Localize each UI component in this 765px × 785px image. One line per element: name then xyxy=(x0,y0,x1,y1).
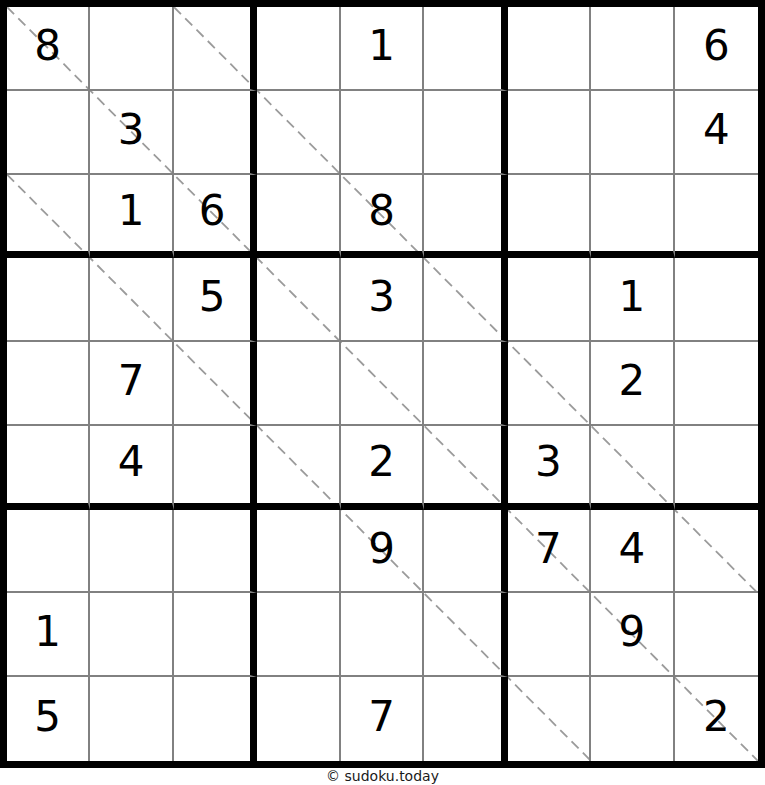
cell-r4c8[interactable]: 1 xyxy=(591,258,674,342)
cell-r3c1[interactable] xyxy=(7,175,90,259)
cell-r9c7[interactable] xyxy=(508,677,591,761)
cell-r1c2[interactable] xyxy=(90,7,173,91)
cell-r9c5[interactable]: 7 xyxy=(341,677,424,761)
given-digit: 5 xyxy=(34,696,61,738)
cell-r8c5[interactable] xyxy=(341,593,424,677)
cell-r3c3[interactable]: 6 xyxy=(174,175,257,259)
cell-r7c4[interactable] xyxy=(257,510,340,594)
given-digit: 8 xyxy=(368,190,395,232)
cell-r3c2[interactable]: 1 xyxy=(90,175,173,259)
cell-r4c3[interactable]: 5 xyxy=(174,258,257,342)
cell-r9c9[interactable]: 2 xyxy=(675,677,758,761)
cell-r8c3[interactable] xyxy=(174,593,257,677)
cell-r4c9[interactable] xyxy=(675,258,758,342)
cell-r7c1[interactable] xyxy=(7,510,90,594)
cell-r7c9[interactable] xyxy=(675,510,758,594)
cell-r9c3[interactable] xyxy=(174,677,257,761)
cell-r6c6[interactable] xyxy=(424,426,507,510)
given-digit: 2 xyxy=(368,441,395,483)
sudoku-board: 816341685317242397419572 xyxy=(0,0,765,768)
given-digit: 7 xyxy=(368,696,395,738)
cell-r8c2[interactable] xyxy=(90,593,173,677)
cell-r2c4[interactable] xyxy=(257,91,340,175)
given-digit: 6 xyxy=(199,190,226,232)
cell-r1c9[interactable]: 6 xyxy=(675,7,758,91)
cell-r1c8[interactable] xyxy=(591,7,674,91)
cell-r5c8[interactable]: 2 xyxy=(591,342,674,426)
cell-r6c9[interactable] xyxy=(675,426,758,510)
given-digit: 5 xyxy=(199,276,226,318)
cell-r5c3[interactable] xyxy=(174,342,257,426)
cell-r5c7[interactable] xyxy=(508,342,591,426)
site-credit: © sudoku.today xyxy=(0,767,765,785)
cell-r7c8[interactable]: 4 xyxy=(591,510,674,594)
given-digit: 4 xyxy=(703,109,730,151)
cell-r4c1[interactable] xyxy=(7,258,90,342)
cell-r3c7[interactable] xyxy=(508,175,591,259)
cell-r2c3[interactable] xyxy=(174,91,257,175)
cell-r6c1[interactable] xyxy=(7,426,90,510)
cell-r1c4[interactable] xyxy=(257,7,340,91)
cell-r5c4[interactable] xyxy=(257,342,340,426)
cell-r9c6[interactable] xyxy=(424,677,507,761)
cell-r9c4[interactable] xyxy=(257,677,340,761)
cell-r4c5[interactable]: 3 xyxy=(341,258,424,342)
cell-r8c1[interactable]: 1 xyxy=(7,593,90,677)
given-digit: 2 xyxy=(703,696,730,738)
given-digit: 1 xyxy=(118,190,145,232)
cell-r6c3[interactable] xyxy=(174,426,257,510)
given-digit: 3 xyxy=(118,109,145,151)
cell-r6c2[interactable]: 4 xyxy=(90,426,173,510)
cell-r9c2[interactable] xyxy=(90,677,173,761)
cell-r4c4[interactable] xyxy=(257,258,340,342)
given-digit: 6 xyxy=(703,25,730,67)
cell-r6c4[interactable] xyxy=(257,426,340,510)
cell-r8c8[interactable]: 9 xyxy=(591,593,674,677)
given-digit: 3 xyxy=(535,441,562,483)
cell-r6c5[interactable]: 2 xyxy=(341,426,424,510)
given-digit: 1 xyxy=(618,276,645,318)
cell-r8c4[interactable] xyxy=(257,593,340,677)
cell-r8c9[interactable] xyxy=(675,593,758,677)
cell-r9c8[interactable] xyxy=(591,677,674,761)
cell-r4c6[interactable] xyxy=(424,258,507,342)
cell-r1c1[interactable]: 8 xyxy=(7,7,90,91)
cell-r5c9[interactable] xyxy=(675,342,758,426)
given-digit: 9 xyxy=(368,528,395,570)
cell-r1c6[interactable] xyxy=(424,7,507,91)
cell-r7c5[interactable]: 9 xyxy=(341,510,424,594)
cell-r7c3[interactable] xyxy=(174,510,257,594)
cell-r2c7[interactable] xyxy=(508,91,591,175)
cell-r1c3[interactable] xyxy=(174,7,257,91)
given-digit: 4 xyxy=(618,528,645,570)
cell-r5c6[interactable] xyxy=(424,342,507,426)
cell-r8c7[interactable] xyxy=(508,593,591,677)
cell-r7c7[interactable]: 7 xyxy=(508,510,591,594)
cell-r7c2[interactable] xyxy=(90,510,173,594)
cell-r3c4[interactable] xyxy=(257,175,340,259)
cell-r1c5[interactable]: 1 xyxy=(341,7,424,91)
given-digit: 3 xyxy=(368,276,395,318)
cell-r2c2[interactable]: 3 xyxy=(90,91,173,175)
given-digit: 8 xyxy=(34,25,61,67)
cell-r2c8[interactable] xyxy=(591,91,674,175)
cell-r5c2[interactable]: 7 xyxy=(90,342,173,426)
cell-r2c5[interactable] xyxy=(341,91,424,175)
given-digit: 7 xyxy=(535,528,562,570)
given-digit: 4 xyxy=(118,441,145,483)
cell-r6c8[interactable] xyxy=(591,426,674,510)
cell-r3c6[interactable] xyxy=(424,175,507,259)
cell-r3c8[interactable] xyxy=(591,175,674,259)
cell-r2c1[interactable] xyxy=(7,91,90,175)
cell-r2c9[interactable]: 4 xyxy=(675,91,758,175)
given-digit: 1 xyxy=(368,25,395,67)
sudoku-grid: 816341685317242397419572 xyxy=(7,7,758,761)
cell-r1c7[interactable] xyxy=(508,7,591,91)
given-digit: 9 xyxy=(618,611,645,653)
cell-r5c1[interactable] xyxy=(7,342,90,426)
given-digit: 2 xyxy=(618,360,645,402)
cell-r3c9[interactable] xyxy=(675,175,758,259)
given-digit: 7 xyxy=(118,360,145,402)
cell-r9c1[interactable]: 5 xyxy=(7,677,90,761)
cell-r4c7[interactable] xyxy=(508,258,591,342)
cell-r3c5[interactable]: 8 xyxy=(341,175,424,259)
page: 816341685317242397419572 © sudoku.today xyxy=(0,0,765,785)
cell-r6c7[interactable]: 3 xyxy=(508,426,591,510)
cell-r5c5[interactable] xyxy=(341,342,424,426)
cell-r7c6[interactable] xyxy=(424,510,507,594)
cell-r2c6[interactable] xyxy=(424,91,507,175)
cell-r8c6[interactable] xyxy=(424,593,507,677)
cell-r4c2[interactable] xyxy=(90,258,173,342)
given-digit: 1 xyxy=(34,611,61,653)
